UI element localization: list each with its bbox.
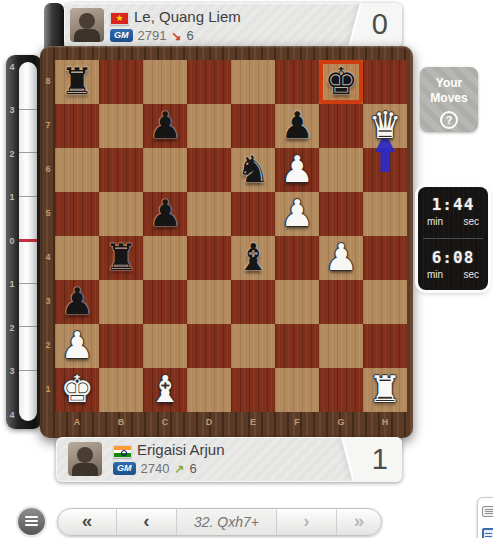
square-h5[interactable]	[363, 192, 407, 236]
square-c4[interactable]	[143, 236, 187, 280]
next-move-icon: ›	[303, 511, 309, 533]
square-d4[interactable]	[187, 236, 231, 280]
square-h3[interactable]	[363, 280, 407, 324]
square-e5[interactable]	[231, 192, 275, 236]
current-move-text: 32. Qxh7+	[194, 514, 259, 530]
score-top: 0	[372, 8, 388, 41]
rank-label-4: 4	[43, 252, 53, 262]
square-c8[interactable]	[143, 60, 187, 104]
square-b2[interactable]	[99, 324, 143, 368]
previous-move-button[interactable]: ‹	[117, 509, 177, 535]
square-a7[interactable]	[55, 104, 99, 148]
first-move-button[interactable]: «	[58, 509, 117, 535]
title-badge-bottom: GM	[113, 462, 136, 475]
current-move-display: 32. Qxh7+	[177, 509, 277, 535]
square-d5[interactable]	[187, 192, 231, 236]
india-flag-icon	[113, 445, 132, 458]
eval-scale-label: 2	[6, 149, 18, 159]
clock-panel: 1:44 min sec 6:08 min sec	[418, 187, 488, 290]
eval-scale-label: 1	[6, 192, 18, 202]
square-f2[interactable]	[275, 324, 319, 368]
broadcast-app: 432101234 Le, Quang Liem GM 2791 ↘ 6 0 ♜…	[0, 0, 493, 538]
rating-top: 2791	[138, 28, 167, 43]
piece-white-king-a1[interactable]: ♚	[55, 368, 99, 412]
eval-tick	[19, 109, 37, 110]
eval-tick	[19, 283, 37, 284]
square-a5[interactable]	[55, 192, 99, 236]
eval-tick	[19, 370, 37, 371]
square-f8[interactable]	[275, 60, 319, 104]
piece-black-pawn-a3[interactable]: ♟	[55, 280, 99, 324]
square-h6[interactable]	[363, 148, 407, 192]
square-c3[interactable]	[143, 280, 187, 324]
file-label-e: E	[248, 417, 258, 427]
piece-white-pawn-f6[interactable]: ♟	[275, 148, 319, 192]
rating-change-top: 6	[186, 28, 193, 43]
square-g5[interactable]	[319, 192, 363, 236]
player-card-bottom: Erigaisi Arjun GM 2740 ↗ 6 1	[56, 437, 402, 482]
square-a6[interactable]	[55, 148, 99, 192]
avatar-bottom	[68, 442, 102, 476]
eval-zero-line	[19, 239, 37, 242]
menu-button[interactable]	[18, 508, 45, 535]
square-e2[interactable]	[231, 324, 275, 368]
piece-white-queen-h7[interactable]: ♛	[363, 104, 407, 148]
move-navigation: « ‹ 32. Qxh7+ › »	[57, 508, 382, 536]
square-e1[interactable]	[231, 368, 275, 412]
board-squares: ♜♚♟♟♛♞♟♟♟♜♝♟♟♟♚♝♜	[55, 60, 407, 412]
vietnam-flag-icon	[110, 12, 129, 25]
square-b3[interactable]	[99, 280, 143, 324]
clock-bottom: 6:08 min sec	[418, 240, 488, 290]
file-label-d: D	[204, 417, 214, 427]
min-label: min	[427, 216, 443, 227]
eval-bar	[19, 62, 37, 421]
analysis-board-icon[interactable]	[482, 528, 493, 538]
piece-black-bishop-e4[interactable]: ♝	[231, 236, 275, 280]
eval-tick	[19, 152, 37, 153]
piece-black-pawn-c7[interactable]: ♟	[143, 104, 187, 148]
piece-black-pawn-c5[interactable]: ♟	[143, 192, 187, 236]
file-label-h: H	[380, 417, 390, 427]
piece-white-pawn-f5[interactable]: ♟	[275, 192, 319, 236]
eval-scale-label: 1	[6, 279, 18, 289]
square-b6[interactable]	[99, 148, 143, 192]
piece-black-king-g8[interactable]: ♚	[319, 60, 363, 104]
square-b5[interactable]	[99, 192, 143, 236]
min-label: min	[427, 269, 443, 280]
player-card-top: Le, Quang Liem GM 2791 ↘ 6 0	[64, 3, 402, 47]
square-f1[interactable]	[275, 368, 319, 412]
square-h2[interactable]	[363, 324, 407, 368]
chess-board: ♜♚♟♟♛♞♟♟♟♜♝♟♟♟♚♝♜ 87654321ABCDEFGH	[40, 46, 413, 438]
player-name-top: Le, Quang Liem	[134, 8, 241, 25]
file-label-g: G	[336, 417, 346, 427]
hamburger-icon	[25, 516, 38, 518]
square-g1[interactable]	[319, 368, 363, 412]
next-move-button[interactable]: ›	[277, 509, 337, 535]
eval-scale-label: 4	[6, 410, 18, 420]
player-name-bottom: Erigaisi Arjun	[137, 441, 225, 458]
rating-up-arrow-icon: ↗	[174, 462, 184, 476]
square-h4[interactable]	[363, 236, 407, 280]
rating-change-bottom: 6	[189, 461, 196, 476]
first-move-icon: «	[82, 511, 93, 533]
eval-scale-label: 2	[6, 323, 18, 333]
rating-bottom: 2740	[141, 461, 170, 476]
square-c2[interactable]	[143, 324, 187, 368]
square-f3[interactable]	[275, 280, 319, 324]
piece-black-rook-a8[interactable]: ♜	[55, 60, 99, 104]
square-f4[interactable]	[275, 236, 319, 280]
last-move-button[interactable]: »	[337, 509, 381, 535]
clock-divider	[423, 238, 483, 239]
square-d6[interactable]	[187, 148, 231, 192]
square-g2[interactable]	[319, 324, 363, 368]
help-icon[interactable]: ?	[440, 111, 458, 129]
square-d7[interactable]	[187, 104, 231, 148]
piece-black-pawn-f7[interactable]: ♟	[275, 104, 319, 148]
square-d1[interactable]	[187, 368, 231, 412]
piece-black-knight-e6[interactable]: ♞	[231, 148, 275, 192]
your-moves-label: Your Moves	[427, 76, 471, 106]
piece-black-rook-b4[interactable]: ♜	[99, 236, 143, 280]
file-label-f: F	[292, 417, 302, 427]
rank-label-7: 7	[43, 120, 53, 130]
your-moves-button[interactable]: Your Moves ?	[420, 67, 478, 132]
square-b7[interactable]	[99, 104, 143, 148]
square-c6[interactable]	[143, 148, 187, 192]
square-e8[interactable]	[231, 60, 275, 104]
piece-white-bishop-c1[interactable]: ♝	[143, 368, 187, 412]
square-b8[interactable]	[99, 60, 143, 104]
rank-label-6: 6	[43, 164, 53, 174]
eval-scale-label: 4	[6, 62, 18, 72]
side-toolbar	[477, 497, 493, 538]
eval-scale-label: 0	[6, 236, 18, 246]
square-h8[interactable]	[363, 60, 407, 104]
piece-white-rook-h1[interactable]: ♜	[363, 368, 407, 412]
file-label-b: B	[116, 417, 126, 427]
eval-tick	[19, 196, 37, 197]
score-bottom: 1	[372, 442, 388, 475]
piece-white-pawn-g4[interactable]: ♟	[319, 236, 363, 280]
rank-label-8: 8	[43, 76, 53, 86]
eval-scale-label: 3	[6, 366, 18, 376]
move-list-icon[interactable]	[482, 506, 493, 517]
square-e7[interactable]	[231, 104, 275, 148]
square-d2[interactable]	[187, 324, 231, 368]
rank-label-1: 1	[43, 384, 53, 394]
piece-white-pawn-a2[interactable]: ♟	[55, 324, 99, 368]
title-badge-top: GM	[110, 29, 133, 42]
clock-top-time: 1:44	[418, 195, 488, 214]
eval-bar-housing: 432101234	[6, 55, 42, 429]
previous-move-icon: ‹	[143, 511, 149, 533]
square-d8[interactable]	[187, 60, 231, 104]
eval-tick	[19, 326, 37, 327]
square-a4[interactable]	[55, 236, 99, 280]
square-g3[interactable]	[319, 280, 363, 324]
sec-label: sec	[463, 269, 479, 280]
rating-down-arrow-icon: ↘	[171, 29, 181, 43]
sec-label: sec	[463, 216, 479, 227]
square-g7[interactable]	[319, 104, 363, 148]
file-label-a: A	[72, 417, 82, 427]
square-b1[interactable]	[99, 368, 143, 412]
eval-scale-label: 3	[6, 105, 18, 115]
file-label-c: C	[160, 417, 170, 427]
square-d3[interactable]	[187, 280, 231, 324]
rank-label-2: 2	[43, 340, 53, 350]
avatar-top	[70, 8, 104, 42]
square-e3[interactable]	[231, 280, 275, 324]
clock-top: 1:44 min sec	[418, 187, 488, 237]
rank-label-3: 3	[43, 296, 53, 306]
rank-label-5: 5	[43, 208, 53, 218]
clock-bottom-time: 6:08	[418, 248, 488, 267]
last-move-icon: »	[354, 511, 365, 533]
square-g6[interactable]	[319, 148, 363, 192]
